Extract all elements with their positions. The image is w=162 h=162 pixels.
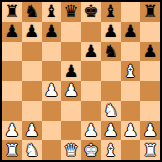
square-c1[interactable] <box>42 140 62 160</box>
white-pawn[interactable]: ♟ <box>83 121 98 138</box>
white-pawn[interactable]: ♟ <box>64 82 79 99</box>
square-f8[interactable]: ♝ <box>101 2 121 22</box>
square-a6[interactable] <box>2 42 22 62</box>
square-c3[interactable] <box>42 101 62 121</box>
square-g1[interactable] <box>121 140 141 160</box>
square-c5[interactable] <box>42 61 62 81</box>
square-d7[interactable] <box>61 22 81 42</box>
square-h4[interactable] <box>140 81 160 101</box>
square-f3[interactable]: ♞ <box>101 101 121 121</box>
black-pawn[interactable]: ♟ <box>123 23 138 40</box>
square-h2[interactable]: ♟ <box>140 121 160 141</box>
black-bishop[interactable]: ♝ <box>103 3 118 20</box>
black-pawn[interactable]: ♟ <box>64 62 79 79</box>
black-knight[interactable]: ♞ <box>24 3 39 20</box>
square-d4[interactable]: ♟ <box>61 81 81 101</box>
square-h3[interactable] <box>140 101 160 121</box>
square-c7[interactable]: ♟ <box>42 22 62 42</box>
square-b7[interactable]: ♟ <box>22 22 42 42</box>
square-g6[interactable] <box>121 42 141 62</box>
square-e4[interactable] <box>81 81 101 101</box>
white-king[interactable]: ♚ <box>83 141 98 158</box>
square-a8[interactable]: ♜ <box>2 2 22 22</box>
square-d1[interactable]: ♛ <box>61 140 81 160</box>
square-a1[interactable]: ♜ <box>2 140 22 160</box>
black-pawn[interactable]: ♟ <box>44 23 59 40</box>
white-rook[interactable]: ♜ <box>143 141 158 158</box>
black-queen[interactable]: ♛ <box>64 3 79 20</box>
square-f6[interactable]: ♞ <box>101 42 121 62</box>
black-pawn[interactable]: ♟ <box>143 42 158 59</box>
black-king[interactable]: ♚ <box>83 3 98 20</box>
square-e1[interactable]: ♚ <box>81 140 101 160</box>
square-h8[interactable]: ♜ <box>140 2 160 22</box>
square-a4[interactable] <box>2 81 22 101</box>
square-g2[interactable]: ♟ <box>121 121 141 141</box>
white-rook[interactable]: ♜ <box>4 141 19 158</box>
white-knight[interactable]: ♞ <box>24 141 39 158</box>
white-pawn[interactable]: ♟ <box>4 121 19 138</box>
white-queen[interactable]: ♛ <box>64 141 79 158</box>
square-g4[interactable] <box>121 81 141 101</box>
square-g5[interactable]: ♝ <box>121 61 141 81</box>
square-d6[interactable] <box>61 42 81 62</box>
square-e3[interactable] <box>81 101 101 121</box>
square-f2[interactable]: ♟ <box>101 121 121 141</box>
square-c2[interactable] <box>42 121 62 141</box>
white-knight[interactable]: ♞ <box>103 102 118 119</box>
black-pawn[interactable]: ♟ <box>4 23 19 40</box>
black-rook[interactable]: ♜ <box>4 3 19 20</box>
black-pawn[interactable]: ♟ <box>103 23 118 40</box>
white-pawn[interactable]: ♟ <box>44 82 59 99</box>
square-c6[interactable] <box>42 42 62 62</box>
square-c4[interactable]: ♟ <box>42 81 62 101</box>
black-bishop[interactable]: ♝ <box>44 3 59 20</box>
black-knight[interactable]: ♞ <box>103 42 118 59</box>
white-bishop[interactable]: ♝ <box>123 62 138 79</box>
square-b1[interactable]: ♞ <box>22 140 42 160</box>
square-d5[interactable]: ♟ <box>61 61 81 81</box>
square-h5[interactable] <box>140 61 160 81</box>
square-b4[interactable] <box>22 81 42 101</box>
square-d2[interactable] <box>61 121 81 141</box>
square-a2[interactable]: ♟ <box>2 121 22 141</box>
square-e6[interactable]: ♟ <box>81 42 101 62</box>
square-g3[interactable] <box>121 101 141 121</box>
square-g7[interactable]: ♟ <box>121 22 141 42</box>
black-pawn[interactable]: ♟ <box>83 42 98 59</box>
square-f7[interactable]: ♟ <box>101 22 121 42</box>
square-b5[interactable] <box>22 61 42 81</box>
square-b8[interactable]: ♞ <box>22 2 42 22</box>
square-e8[interactable]: ♚ <box>81 2 101 22</box>
square-f1[interactable]: ♝ <box>101 140 121 160</box>
square-d8[interactable]: ♛ <box>61 2 81 22</box>
white-pawn[interactable]: ♟ <box>123 121 138 138</box>
black-rook[interactable]: ♜ <box>143 3 158 20</box>
square-h1[interactable]: ♜ <box>140 140 160 160</box>
square-f5[interactable] <box>101 61 121 81</box>
square-h6[interactable]: ♟ <box>140 42 160 62</box>
white-pawn[interactable]: ♟ <box>143 121 158 138</box>
square-b3[interactable] <box>22 101 42 121</box>
square-g8[interactable] <box>121 2 141 22</box>
white-pawn[interactable]: ♟ <box>24 121 39 138</box>
square-d3[interactable] <box>61 101 81 121</box>
square-a7[interactable]: ♟ <box>2 22 22 42</box>
white-bishop[interactable]: ♝ <box>103 141 118 158</box>
square-f4[interactable] <box>101 81 121 101</box>
square-a3[interactable] <box>2 101 22 121</box>
square-b2[interactable]: ♟ <box>22 121 42 141</box>
square-a5[interactable] <box>2 61 22 81</box>
square-h7[interactable] <box>140 22 160 42</box>
square-e7[interactable] <box>81 22 101 42</box>
black-pawn[interactable]: ♟ <box>24 23 39 40</box>
square-e5[interactable] <box>81 61 101 81</box>
square-c8[interactable]: ♝ <box>42 2 62 22</box>
white-pawn[interactable]: ♟ <box>103 121 118 138</box>
square-e2[interactable]: ♟ <box>81 121 101 141</box>
square-b6[interactable] <box>22 42 42 62</box>
chess-board: ♜♞♝♛♚♝♜♟♟♟♟♟♟♞♟♟♝♟♟♞♟♟♟♟♟♟♜♞♛♚♝♜ <box>0 0 162 162</box>
